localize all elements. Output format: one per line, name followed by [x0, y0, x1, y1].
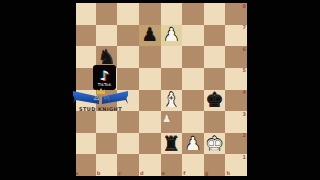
square-g1[interactable]: g: [204, 154, 226, 176]
square-d6[interactable]: [139, 46, 161, 68]
file-label-d: d: [140, 171, 144, 176]
square-c1[interactable]: c: [117, 154, 139, 176]
square-g4[interactable]: ♚: [204, 90, 226, 112]
piece-white-king[interactable]: ♚: [206, 133, 224, 153]
square-e7[interactable]: ♟: [161, 25, 183, 47]
square-h6[interactable]: 6: [225, 46, 247, 68]
rank-label-2: 2: [243, 133, 246, 138]
square-c8[interactable]: [117, 3, 139, 25]
square-b1[interactable]: b: [96, 154, 118, 176]
square-e3[interactable]: ♟: [161, 111, 183, 133]
piece-black-king[interactable]: ♚: [206, 90, 224, 110]
logo-mini-knight-icon: ♘: [103, 94, 110, 102]
rank-label-4: 4: [243, 90, 246, 95]
rank-label-3: 3: [243, 112, 246, 117]
channel-logo-watermark: ♙ ♘ STUD KNIGHT: [73, 88, 128, 119]
piece-black-rook[interactable]: ♜: [162, 133, 180, 153]
square-b8[interactable]: [96, 3, 118, 25]
square-d1[interactable]: d: [139, 154, 161, 176]
square-a1[interactable]: a: [74, 154, 96, 176]
square-c7[interactable]: [117, 25, 139, 47]
rank-label-6: 6: [243, 47, 246, 52]
piece-black-pawn[interactable]: ♟: [142, 26, 158, 44]
tiktok-wordmark: TikTok: [98, 83, 111, 87]
logo-mini-pawn-icon: ♙: [93, 94, 100, 102]
channel-logo-text: STUD KNIGHT: [73, 107, 128, 112]
piece-white-pawn[interactable]: ♟: [163, 26, 179, 44]
square-a2[interactable]: [74, 133, 96, 155]
square-a6[interactable]: [74, 46, 96, 68]
file-label-c: c: [118, 171, 121, 176]
square-h8[interactable]: 8: [225, 3, 247, 25]
square-d4[interactable]: [139, 90, 161, 112]
rank-label-5: 5: [243, 68, 246, 73]
piece-white-pawn[interactable]: ♟: [185, 134, 201, 152]
square-g8[interactable]: [204, 3, 226, 25]
square-e8[interactable]: [161, 3, 183, 25]
rank-label-1: 1: [243, 155, 246, 160]
letterbox-right-bar: [247, 0, 320, 180]
tiktok-watermark: ♪ TikTok: [93, 65, 116, 90]
square-f4[interactable]: [182, 90, 204, 112]
square-e4[interactable]: ♝: [161, 90, 183, 112]
square-g7[interactable]: [204, 25, 226, 47]
rank-label-7: 7: [243, 25, 246, 30]
square-h3[interactable]: 3: [225, 111, 247, 133]
piece-white-bishop[interactable]: ♝: [162, 90, 180, 110]
square-d5[interactable]: [139, 68, 161, 90]
square-f3[interactable]: [182, 111, 204, 133]
square-c5[interactable]: [117, 68, 139, 90]
square-h7[interactable]: 7: [225, 25, 247, 47]
piece-black-knight[interactable]: ♞: [97, 47, 115, 67]
file-label-h: h: [226, 171, 230, 176]
square-h4[interactable]: 4: [225, 90, 247, 112]
square-b7[interactable]: [96, 25, 118, 47]
square-g2[interactable]: ♚: [204, 133, 226, 155]
file-label-e: e: [162, 171, 165, 176]
square-h2[interactable]: 2: [225, 133, 247, 155]
square-f7[interactable]: [182, 25, 204, 47]
square-e5[interactable]: [161, 68, 183, 90]
square-f2[interactable]: ♟: [182, 133, 204, 155]
video-frame: 8♟♟7♞65♝♚4♟3♜♟♚2abcdefg1h ♪ TikTok ♙ ♘ S…: [0, 0, 320, 180]
file-label-g: g: [205, 171, 209, 176]
square-f1[interactable]: f: [182, 154, 204, 176]
square-d3[interactable]: [139, 111, 161, 133]
square-e6[interactable]: [161, 46, 183, 68]
ghost-small-white-pawn: ♟: [163, 114, 172, 124]
square-g6[interactable]: [204, 46, 226, 68]
square-f5[interactable]: [182, 68, 204, 90]
square-d2[interactable]: [139, 133, 161, 155]
square-g3[interactable]: [204, 111, 226, 133]
square-c2[interactable]: [117, 133, 139, 155]
square-a7[interactable]: [74, 25, 96, 47]
square-h5[interactable]: 5: [225, 68, 247, 90]
square-e1[interactable]: e: [161, 154, 183, 176]
square-g5[interactable]: [204, 68, 226, 90]
square-h1[interactable]: 1h: [225, 154, 247, 176]
square-b2[interactable]: [96, 133, 118, 155]
square-d8[interactable]: [139, 3, 161, 25]
file-label-f: f: [183, 171, 185, 176]
square-f8[interactable]: [182, 3, 204, 25]
square-e2[interactable]: ♜: [161, 133, 183, 155]
rank-label-8: 8: [243, 4, 246, 9]
square-a8[interactable]: [74, 3, 96, 25]
file-label-b: b: [97, 171, 101, 176]
letterbox-left-bar: [0, 0, 76, 180]
tiktok-note-icon: ♪: [100, 69, 108, 82]
square-f6[interactable]: [182, 46, 204, 68]
square-c6[interactable]: [117, 46, 139, 68]
square-d7[interactable]: ♟: [139, 25, 161, 47]
